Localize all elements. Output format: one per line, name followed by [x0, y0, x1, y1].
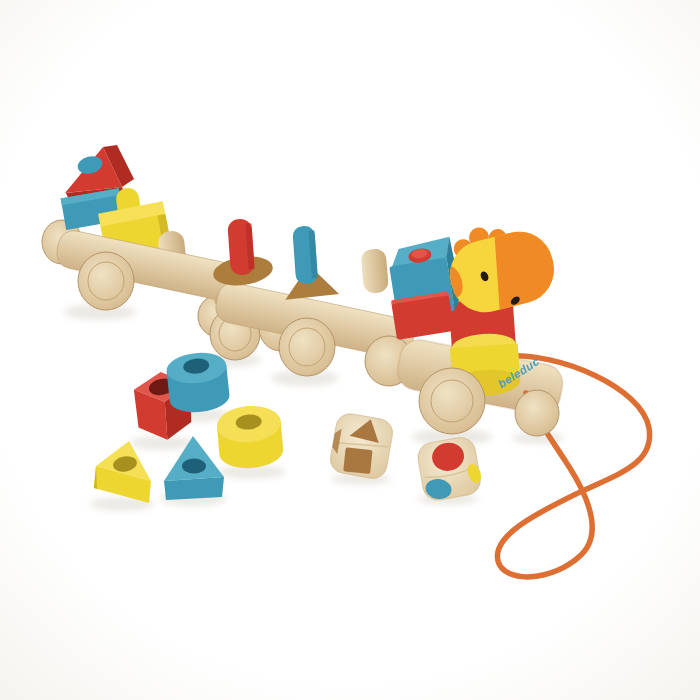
- wheel: [78, 252, 134, 310]
- yellow-cylinder: [215, 403, 284, 470]
- wheel: [515, 390, 559, 436]
- teal-triangle-hole: [182, 459, 206, 474]
- toy-photo-canvas: beleduc: [0, 0, 700, 700]
- product-photo: beleduc: [0, 0, 700, 700]
- red-peg: [227, 218, 255, 276]
- wheel: [279, 318, 335, 376]
- wheel: [419, 368, 485, 434]
- shape-die: [328, 412, 395, 481]
- teal-cylinder: [165, 350, 231, 415]
- wood-peg: [360, 248, 389, 294]
- teal-peg: [292, 225, 318, 284]
- die-square-face: [343, 447, 372, 474]
- background: [0, 0, 700, 700]
